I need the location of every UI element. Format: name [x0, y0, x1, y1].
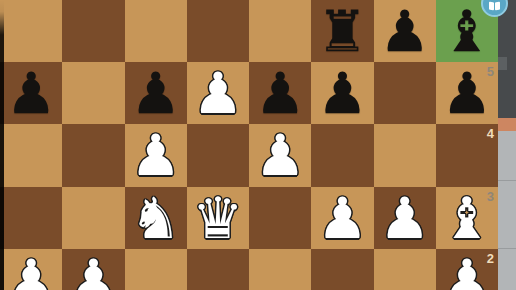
white-knight[interactable]: ♞	[125, 187, 187, 249]
white-queen[interactable]: ♛	[187, 187, 249, 249]
black-pawn[interactable]: ♟	[374, 0, 436, 62]
panel-edge-accent-segment	[498, 118, 516, 131]
chess-board-screenshot: ♜♟♝6♟♟♟♟♟♟5♟♟4♞♛♟♟♝3♟♟♟2	[0, 0, 516, 290]
square-d2[interactable]	[187, 249, 249, 290]
black-pawn[interactable]: ♟	[125, 62, 187, 124]
square-c5[interactable]: ♟	[125, 62, 187, 124]
square-a3[interactable]	[0, 187, 62, 249]
white-pawn[interactable]: ♟	[187, 62, 249, 124]
square-f6[interactable]: ♜	[311, 0, 373, 62]
square-d4[interactable]	[187, 124, 249, 186]
panel-edge-divider	[498, 248, 516, 249]
square-f3[interactable]: ♟	[311, 187, 373, 249]
white-pawn[interactable]: ♟	[374, 187, 436, 249]
square-c4[interactable]: ♟	[125, 124, 187, 186]
square-g2[interactable]	[374, 249, 436, 290]
panel-edge-light-segment	[498, 131, 516, 290]
panel-edge-notch	[498, 57, 507, 70]
square-e6[interactable]	[249, 0, 311, 62]
square-e5[interactable]: ♟	[249, 62, 311, 124]
rank-label-4: 4	[487, 126, 494, 141]
square-h3[interactable]: ♝3	[436, 187, 498, 249]
square-b2[interactable]: ♟	[62, 249, 124, 290]
square-g4[interactable]	[374, 124, 436, 186]
square-a5[interactable]: ♟	[0, 62, 62, 124]
square-a4[interactable]	[0, 124, 62, 186]
square-f5[interactable]: ♟	[311, 62, 373, 124]
square-f4[interactable]	[311, 124, 373, 186]
right-panel-edge	[498, 0, 516, 290]
square-g5[interactable]	[374, 62, 436, 124]
chess-board: ♜♟♝6♟♟♟♟♟♟5♟♟4♞♛♟♟♝3♟♟♟2	[0, 0, 498, 290]
square-c6[interactable]	[125, 0, 187, 62]
square-b5[interactable]	[62, 62, 124, 124]
black-rook[interactable]: ♜	[311, 0, 373, 62]
open-book-icon	[489, 2, 500, 10]
rank-label-2: 2	[487, 251, 494, 266]
square-h4[interactable]: 4	[436, 124, 498, 186]
square-a6[interactable]	[0, 0, 62, 62]
white-pawn[interactable]: ♟	[311, 187, 373, 249]
square-f2[interactable]	[311, 249, 373, 290]
square-g3[interactable]: ♟	[374, 187, 436, 249]
rank-label-3: 3	[487, 189, 494, 204]
white-pawn[interactable]: ♟	[0, 249, 62, 290]
black-pawn[interactable]: ♟	[311, 62, 373, 124]
square-e4[interactable]: ♟	[249, 124, 311, 186]
square-b4[interactable]	[62, 124, 124, 186]
white-pawn[interactable]: ♟	[249, 124, 311, 186]
panel-edge-divider	[498, 180, 516, 181]
square-a2[interactable]: ♟	[0, 249, 62, 290]
square-h5[interactable]: ♟5	[436, 62, 498, 124]
rank-label-5: 5	[487, 64, 494, 79]
square-c3[interactable]: ♞	[125, 187, 187, 249]
square-c2[interactable]	[125, 249, 187, 290]
square-e3[interactable]	[249, 187, 311, 249]
white-pawn[interactable]: ♟	[62, 249, 124, 290]
white-pawn[interactable]: ♟	[125, 124, 187, 186]
square-e2[interactable]	[249, 249, 311, 290]
square-b6[interactable]	[62, 0, 124, 62]
black-pawn[interactable]: ♟	[0, 62, 62, 124]
square-g6[interactable]: ♟	[374, 0, 436, 62]
square-d3[interactable]: ♛	[187, 187, 249, 249]
square-h2[interactable]: ♟2	[436, 249, 498, 290]
square-d5[interactable]: ♟	[187, 62, 249, 124]
black-pawn[interactable]: ♟	[249, 62, 311, 124]
square-b3[interactable]	[62, 187, 124, 249]
square-d6[interactable]	[187, 0, 249, 62]
